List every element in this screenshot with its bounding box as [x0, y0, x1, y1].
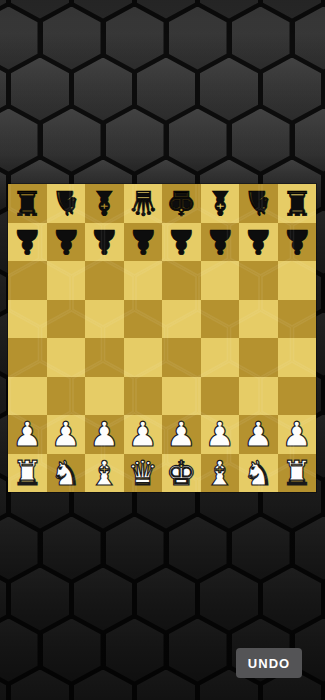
hexagon-tile	[0, 517, 38, 580]
square-h7[interactable]: ♟	[278, 223, 317, 262]
square-c6[interactable]	[85, 261, 124, 300]
hexagon-tile	[106, 619, 164, 682]
piece-black-pawn: ♟	[166, 225, 196, 259]
hexagon-tile	[0, 109, 38, 172]
piece-white-pawn: ♟	[128, 417, 158, 451]
hexagon-tile	[200, 58, 258, 121]
hexagon-tile	[137, 58, 195, 121]
square-g1[interactable]: ♞	[239, 454, 278, 493]
hexagon-tile	[263, 58, 321, 121]
square-c1[interactable]: ♝	[85, 454, 124, 493]
hexagon-tile	[0, 7, 38, 70]
square-h1[interactable]: ♜	[278, 454, 317, 493]
square-b4[interactable]	[47, 338, 86, 377]
square-e5[interactable]	[162, 300, 201, 339]
square-e6[interactable]	[162, 261, 201, 300]
square-h6[interactable]	[278, 261, 317, 300]
piece-white-pawn: ♟	[12, 417, 42, 451]
square-h3[interactable]	[278, 377, 317, 416]
hexagon-tile	[169, 7, 227, 70]
piece-black-bishop: ♝	[89, 186, 119, 220]
square-c8[interactable]: ♝	[85, 184, 124, 223]
square-g7[interactable]: ♟	[239, 223, 278, 262]
hexagon-tile	[43, 7, 101, 70]
square-a3[interactable]	[8, 377, 47, 416]
square-h4[interactable]	[278, 338, 317, 377]
square-d2[interactable]: ♟	[124, 415, 163, 454]
piece-white-queen: ♛	[128, 456, 158, 490]
square-f5[interactable]	[201, 300, 240, 339]
piece-black-pawn: ♟	[51, 225, 81, 259]
square-a4[interactable]	[8, 338, 47, 377]
square-d5[interactable]	[124, 300, 163, 339]
square-d7[interactable]: ♟	[124, 223, 163, 262]
hexagon-tile	[263, 568, 321, 631]
square-e3[interactable]	[162, 377, 201, 416]
square-d6[interactable]	[124, 261, 163, 300]
square-d8[interactable]: ♛	[124, 184, 163, 223]
piece-black-rook: ♜	[282, 186, 312, 220]
piece-white-pawn: ♟	[89, 417, 119, 451]
square-h8[interactable]: ♜	[278, 184, 317, 223]
hexagon-tile	[106, 7, 164, 70]
square-g4[interactable]	[239, 338, 278, 377]
hexagon-tile	[11, 568, 69, 631]
piece-white-knight: ♞	[51, 456, 81, 490]
square-f6[interactable]	[201, 261, 240, 300]
square-b3[interactable]	[47, 377, 86, 416]
square-d3[interactable]	[124, 377, 163, 416]
square-g8[interactable]: ♞	[239, 184, 278, 223]
square-a1[interactable]: ♜	[8, 454, 47, 493]
piece-white-pawn: ♟	[166, 417, 196, 451]
hexagon-tile	[232, 7, 290, 70]
piece-black-pawn: ♟	[89, 225, 119, 259]
piece-black-queen: ♛	[128, 186, 158, 220]
square-h5[interactable]	[278, 300, 317, 339]
piece-white-rook: ♜	[282, 456, 312, 490]
hexagon-tile	[43, 109, 101, 172]
hexagon-tile	[43, 517, 101, 580]
hexagon-tile	[43, 619, 101, 682]
square-e4[interactable]	[162, 338, 201, 377]
square-a2[interactable]: ♟	[8, 415, 47, 454]
square-h2[interactable]: ♟	[278, 415, 317, 454]
hexagon-tile	[137, 568, 195, 631]
hexagon-tile	[169, 619, 227, 682]
piece-white-pawn: ♟	[243, 417, 273, 451]
square-g6[interactable]	[239, 261, 278, 300]
piece-white-rook: ♜	[12, 456, 42, 490]
square-a5[interactable]	[8, 300, 47, 339]
square-f4[interactable]	[201, 338, 240, 377]
square-b1[interactable]: ♞	[47, 454, 86, 493]
hexagon-tile	[232, 109, 290, 172]
square-a6[interactable]	[8, 261, 47, 300]
square-c2[interactable]: ♟	[85, 415, 124, 454]
piece-white-pawn: ♟	[282, 417, 312, 451]
square-g5[interactable]	[239, 300, 278, 339]
square-b6[interactable]	[47, 261, 86, 300]
piece-black-pawn: ♟	[282, 225, 312, 259]
square-c3[interactable]	[85, 377, 124, 416]
hexagon-tile	[74, 58, 132, 121]
piece-white-bishop: ♝	[205, 456, 235, 490]
square-g3[interactable]	[239, 377, 278, 416]
hexagon-tile	[295, 517, 325, 580]
piece-black-pawn: ♟	[12, 225, 42, 259]
square-b8[interactable]: ♞	[47, 184, 86, 223]
hexagon-tile	[200, 568, 258, 631]
square-f1[interactable]: ♝	[201, 454, 240, 493]
square-c7[interactable]: ♟	[85, 223, 124, 262]
square-f8[interactable]: ♝	[201, 184, 240, 223]
piece-black-king: ♚	[166, 186, 196, 220]
square-e2[interactable]: ♟	[162, 415, 201, 454]
square-g2[interactable]: ♟	[239, 415, 278, 454]
piece-white-pawn: ♟	[51, 417, 81, 451]
square-e8[interactable]: ♚	[162, 184, 201, 223]
square-b2[interactable]: ♟	[47, 415, 86, 454]
piece-white-king: ♚	[166, 456, 196, 490]
hexagon-tile	[169, 517, 227, 580]
hexagon-tile	[106, 517, 164, 580]
square-f2[interactable]: ♟	[201, 415, 240, 454]
hexagon-tile	[11, 58, 69, 121]
piece-white-pawn: ♟	[205, 417, 235, 451]
square-b5[interactable]	[47, 300, 86, 339]
chess-board: ♜♞♝♛♚♝♞♜♟♟♟♟♟♟♟♟♟♟♟♟♟♟♟♟♜♞♝♛♚♝♞♜	[8, 184, 316, 492]
piece-black-knight: ♞	[51, 186, 81, 220]
piece-black-bishop: ♝	[205, 186, 235, 220]
square-d1[interactable]: ♛	[124, 454, 163, 493]
square-f3[interactable]	[201, 377, 240, 416]
piece-black-rook: ♜	[12, 186, 42, 220]
undo-button[interactable]: UNDO	[236, 648, 302, 678]
hexagon-tile	[74, 568, 132, 631]
square-c4[interactable]	[85, 338, 124, 377]
piece-black-knight: ♞	[243, 186, 273, 220]
hexagon-tile	[295, 7, 325, 70]
square-d4[interactable]	[124, 338, 163, 377]
square-f7[interactable]: ♟	[201, 223, 240, 262]
hexagon-tile	[106, 109, 164, 172]
piece-white-knight: ♞	[243, 456, 273, 490]
piece-black-pawn: ♟	[243, 225, 273, 259]
square-b7[interactable]: ♟	[47, 223, 86, 262]
piece-black-pawn: ♟	[205, 225, 235, 259]
hexagon-tile	[232, 517, 290, 580]
hexagon-tile	[0, 619, 38, 682]
piece-black-pawn: ♟	[128, 225, 158, 259]
square-c5[interactable]	[85, 300, 124, 339]
square-a7[interactable]: ♟	[8, 223, 47, 262]
square-a8[interactable]: ♜	[8, 184, 47, 223]
hexagon-tile	[169, 109, 227, 172]
piece-white-bishop: ♝	[89, 456, 119, 490]
hexagon-tile	[295, 109, 325, 172]
square-e7[interactable]: ♟	[162, 223, 201, 262]
square-e1[interactable]: ♚	[162, 454, 201, 493]
